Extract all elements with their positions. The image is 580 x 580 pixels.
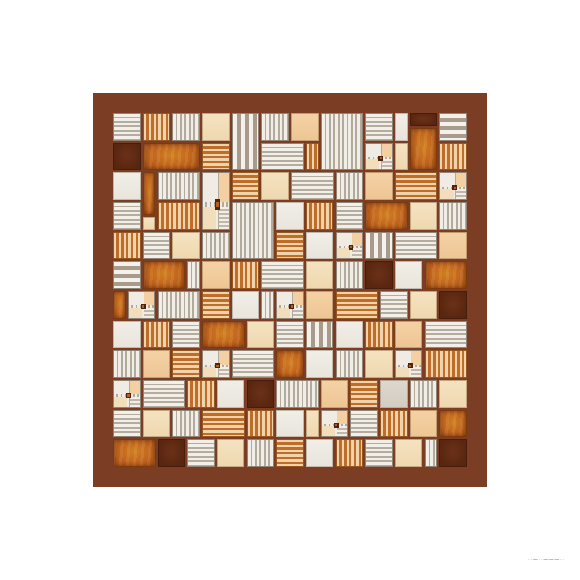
patch-white [306, 439, 334, 467]
patch-quad [202, 172, 230, 229]
patch-cream [261, 172, 289, 200]
patch-cream [306, 261, 334, 289]
patch-org [113, 291, 126, 319]
patch-cream [217, 439, 245, 467]
quad-center-dot [216, 365, 218, 367]
quad-quadrant [219, 173, 229, 202]
patch-white [113, 321, 141, 349]
patch-vsg [336, 261, 364, 289]
patch-hso [336, 291, 379, 319]
patch-vsg [439, 202, 467, 230]
patch-white [276, 410, 304, 438]
quad-center-dot [216, 202, 218, 207]
patch-org [425, 261, 468, 289]
patch-vsg [261, 113, 289, 141]
patch-brown [439, 439, 467, 467]
patch-vso [113, 232, 141, 260]
quad-quadrant [130, 381, 140, 394]
patch-hsg [291, 172, 334, 200]
patch-hso [276, 232, 304, 260]
quad-quadrant [219, 351, 229, 364]
patch-peach [439, 232, 467, 260]
patch-org [439, 410, 467, 438]
patch-vso [380, 410, 408, 438]
patch-brown [365, 261, 393, 289]
quad-center-square [334, 423, 339, 428]
patch-cream [172, 232, 200, 260]
patch-org [143, 172, 156, 215]
quad-quadrant [203, 367, 216, 377]
quad-quadrant [203, 173, 216, 202]
patch-vsg [321, 113, 364, 170]
patch-hsg [365, 113, 393, 141]
patch-hsg [261, 261, 304, 289]
quad-quadrant [203, 207, 216, 229]
quad-quadrant [382, 144, 392, 157]
patch-ltgray [380, 380, 408, 408]
quad-center-dot [454, 187, 456, 189]
quad-center-square [378, 156, 383, 161]
patch-brown [113, 143, 141, 171]
patch-white [306, 232, 334, 260]
patch-vsg [336, 350, 364, 378]
patch-cream [439, 380, 467, 408]
patch-hso [202, 291, 230, 319]
patch-peach [365, 172, 393, 200]
quad-quadrant [337, 411, 347, 424]
patch-org [113, 439, 156, 467]
quad-quadrant [411, 367, 421, 377]
quad-quadrant [396, 367, 409, 377]
patch-hso [232, 172, 260, 200]
patch-vso [306, 143, 319, 171]
patch-quad [336, 232, 364, 260]
quad-quadrant [352, 233, 362, 246]
patch-vso [336, 439, 364, 467]
quad-quadrant [114, 397, 127, 407]
patch-hsg [350, 410, 378, 438]
patch-hsg [232, 350, 275, 378]
patch-brown [158, 439, 186, 467]
quad-quadrant [411, 351, 421, 364]
quad-center-dot [127, 394, 129, 396]
patch-peach [410, 410, 438, 438]
patch-hsg2 [113, 261, 141, 289]
patch-cream [410, 202, 438, 230]
quad-quadrant [129, 308, 142, 318]
patch-cream [365, 350, 393, 378]
patch-cream [395, 439, 423, 467]
patch-cream [247, 321, 275, 349]
quad-quadrant [352, 248, 362, 258]
quad-quadrant [322, 426, 335, 436]
patch-vso [232, 261, 260, 289]
patch-white [217, 380, 245, 408]
patch-hsg [380, 291, 408, 319]
quad-quadrant [293, 292, 303, 305]
patch-cream [395, 143, 408, 171]
patch-white [395, 261, 423, 289]
patch-vso [187, 380, 215, 408]
patch-hsg [143, 232, 171, 260]
patch-cream [410, 291, 438, 319]
patch-hsg [276, 321, 304, 349]
quad-center-square [215, 363, 220, 368]
quad-quadrant [337, 426, 347, 436]
patch-hso [202, 143, 230, 171]
quad-quadrant [366, 159, 379, 169]
quad-center-square [289, 304, 294, 309]
patch-vso [143, 113, 171, 141]
patch-vsg [261, 291, 274, 319]
signature-mark: ··—··———·· [519, 557, 565, 562]
quad-quadrant [382, 159, 392, 169]
patch-peach [321, 380, 349, 408]
quad-quadrant [293, 308, 303, 318]
quad-quadrant [144, 308, 154, 318]
quad-quadrant [456, 173, 466, 186]
patch-hso [276, 439, 304, 467]
patch-vsg [187, 261, 200, 289]
patch-vsg [202, 232, 230, 260]
patch-vso [143, 321, 171, 349]
patch-quad [395, 350, 423, 378]
patch-vsg [172, 410, 200, 438]
patch-org [143, 261, 186, 289]
quad-quadrant [144, 292, 154, 305]
patch-white [395, 113, 408, 141]
patch-org [410, 128, 438, 171]
quad-center-square [349, 245, 354, 250]
quad-center-square [141, 304, 146, 309]
quad-center-dot [409, 365, 411, 367]
patch-vso [158, 202, 201, 230]
patch-hsg2 [439, 113, 467, 141]
patch-vsg2 [365, 232, 393, 260]
patch-vsg2 [232, 113, 260, 170]
patch-hsg [172, 321, 200, 349]
patch-peach [202, 261, 230, 289]
patch-vsg [410, 380, 438, 408]
patch-quad [276, 291, 304, 319]
patch-hsg [365, 439, 393, 467]
patch-vsg [113, 350, 141, 378]
patch-brown [439, 291, 467, 319]
page-background: { "artwork": { "kind": "geometric patchw… [0, 0, 580, 580]
patch-org [276, 350, 304, 378]
patch-white [232, 291, 260, 319]
patch-white [276, 202, 304, 230]
patch-hsg [113, 410, 141, 438]
patch-white [336, 321, 364, 349]
patch-hso [350, 380, 378, 408]
quad-center-dot [350, 246, 352, 248]
patch-brown [410, 113, 438, 126]
patch-hsg [336, 202, 364, 230]
patch-vsg [247, 439, 275, 467]
patch-peach [291, 113, 319, 141]
patch-quad [202, 350, 230, 378]
quad-quadrant [130, 397, 140, 407]
quad-center-dot [335, 424, 337, 426]
quad-center-dot [142, 305, 144, 307]
quad-quadrant [219, 367, 229, 377]
patch-hso [172, 350, 200, 378]
patch-hsg [143, 380, 186, 408]
patch-hso [202, 410, 245, 438]
patch-hso [395, 172, 438, 200]
patch-vso [306, 202, 334, 230]
patch-vsg [425, 439, 438, 467]
patch-vso [247, 410, 275, 438]
patch-org [365, 202, 408, 230]
patch-quad [128, 291, 156, 319]
patch-quad [321, 410, 349, 438]
patch-white [113, 172, 141, 200]
patch-vsg [276, 380, 319, 408]
quad-quadrant [337, 248, 350, 258]
patch-vso [439, 143, 467, 171]
patch-brown [247, 380, 275, 408]
patch-quad [439, 172, 467, 200]
quad-quadrant [277, 308, 290, 318]
quad-center-dot [291, 305, 293, 307]
patch-vsg [336, 172, 364, 200]
patch-white [306, 350, 334, 378]
quad-quadrant [219, 207, 229, 229]
patch-hsg [261, 143, 304, 171]
patch-peach [306, 291, 334, 319]
patchwork-pattern-area [112, 112, 468, 468]
patch-vso [425, 350, 468, 378]
patch-org [143, 143, 200, 171]
patch-peach [395, 321, 423, 349]
patch-cream [143, 217, 156, 230]
quad-center-square [215, 199, 220, 210]
patch-cream [143, 410, 171, 438]
quad-center-dot [380, 157, 382, 159]
patch-hsg [187, 439, 215, 467]
patch-hsg [113, 202, 141, 230]
quad-center-square [452, 185, 457, 190]
quad-center-square [126, 393, 131, 398]
patch-vso [365, 321, 393, 349]
patch-vsg [158, 291, 201, 319]
quad-center-square [408, 363, 413, 368]
patch-vsg [158, 172, 201, 200]
patch-vsg [232, 202, 275, 259]
patch-hsg [395, 232, 438, 260]
patch-hsg [113, 113, 141, 141]
patch-hsg [425, 321, 468, 349]
patch-vsg2 [306, 321, 334, 349]
patch-peach [143, 350, 171, 378]
patch-org [202, 321, 245, 349]
quad-quadrant [456, 189, 466, 199]
quad-quadrant [440, 189, 453, 199]
patch-quad [113, 380, 141, 408]
patch-vsg [172, 113, 200, 141]
patch-cream [202, 113, 230, 141]
patch-quad [365, 143, 393, 171]
patch-cream [306, 410, 319, 438]
